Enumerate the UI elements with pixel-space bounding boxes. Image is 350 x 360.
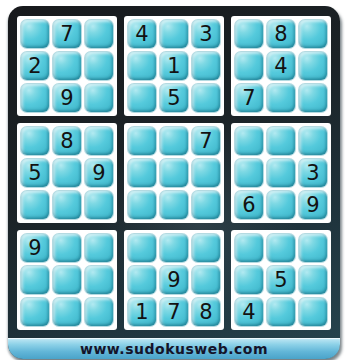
box-1-2: 4315 xyxy=(124,16,224,116)
cell-r8c6[interactable] xyxy=(192,266,220,294)
cell-r1c4[interactable]: 4 xyxy=(128,20,156,48)
cell-r6c9[interactable]: 9 xyxy=(299,191,327,219)
cell-r4c5[interactable] xyxy=(160,127,188,155)
cell-r6c6[interactable] xyxy=(192,191,220,219)
cell-r1c1[interactable] xyxy=(21,20,49,48)
cell-r8c4[interactable] xyxy=(128,266,156,294)
cell-r5c7[interactable] xyxy=(235,159,263,187)
cell-r3c4[interactable] xyxy=(128,84,156,112)
cell-r6c7[interactable]: 6 xyxy=(235,191,263,219)
box-2-2: 7 xyxy=(124,123,224,223)
cell-r7c5[interactable] xyxy=(160,234,188,262)
cell-r8c7[interactable] xyxy=(235,266,263,294)
box-2-3: 369 xyxy=(231,123,331,223)
cell-r3c2[interactable]: 9 xyxy=(53,84,81,112)
cell-r2c5[interactable]: 1 xyxy=(160,52,188,80)
cell-r1c2[interactable]: 7 xyxy=(53,20,81,48)
cell-r3c6[interactable] xyxy=(192,84,220,112)
cell-r5c2[interactable] xyxy=(53,159,81,187)
cell-r5c9[interactable]: 3 xyxy=(299,159,327,187)
cell-r2c4[interactable] xyxy=(128,52,156,80)
cell-r6c5[interactable] xyxy=(160,191,188,219)
cell-r6c8[interactable] xyxy=(267,191,295,219)
cell-r9c6[interactable]: 8 xyxy=(192,298,220,326)
cell-r7c6[interactable] xyxy=(192,234,220,262)
cell-r2c8[interactable]: 4 xyxy=(267,52,295,80)
cell-r1c9[interactable] xyxy=(299,20,327,48)
box-1-1: 729 xyxy=(17,16,117,116)
box-3-1: 9 xyxy=(17,230,117,330)
cell-r8c1[interactable] xyxy=(21,266,49,294)
cell-r7c7[interactable] xyxy=(235,234,263,262)
cell-r6c2[interactable] xyxy=(53,191,81,219)
cell-r4c1[interactable] xyxy=(21,127,49,155)
cell-r8c9[interactable] xyxy=(299,266,327,294)
cell-r2c7[interactable] xyxy=(235,52,263,80)
cell-r5c4[interactable] xyxy=(128,159,156,187)
cell-r7c1[interactable]: 9 xyxy=(21,234,49,262)
cell-r6c4[interactable] xyxy=(128,191,156,219)
cell-r4c8[interactable] xyxy=(267,127,295,155)
cell-r1c7[interactable] xyxy=(235,20,263,48)
cell-r8c2[interactable] xyxy=(53,266,81,294)
cell-r3c8[interactable] xyxy=(267,84,295,112)
cell-r7c2[interactable] xyxy=(53,234,81,262)
cell-r9c3[interactable] xyxy=(85,298,113,326)
cell-r4c6[interactable]: 7 xyxy=(192,127,220,155)
cell-r5c5[interactable] xyxy=(160,159,188,187)
footer-bar: www.sudokusweb.com xyxy=(8,338,340,359)
cell-r4c7[interactable] xyxy=(235,127,263,155)
cell-r2c1[interactable]: 2 xyxy=(21,52,49,80)
cell-r3c1[interactable] xyxy=(21,84,49,112)
sudoku-grid: 729431584785973699917854 xyxy=(8,6,340,338)
box-3-2: 9178 xyxy=(124,230,224,330)
cell-r9c5[interactable]: 7 xyxy=(160,298,188,326)
cell-r9c2[interactable] xyxy=(53,298,81,326)
cell-r9c9[interactable] xyxy=(299,298,327,326)
cell-r3c3[interactable] xyxy=(85,84,113,112)
cell-r7c3[interactable] xyxy=(85,234,113,262)
cell-r2c3[interactable] xyxy=(85,52,113,80)
cell-r8c5[interactable]: 9 xyxy=(160,266,188,294)
cell-r5c3[interactable]: 9 xyxy=(85,159,113,187)
website-link[interactable]: www.sudokusweb.com xyxy=(80,341,268,357)
cell-r9c7[interactable]: 4 xyxy=(235,298,263,326)
cell-r7c8[interactable] xyxy=(267,234,295,262)
cell-r7c9[interactable] xyxy=(299,234,327,262)
cell-r1c5[interactable] xyxy=(160,20,188,48)
cell-r4c2[interactable]: 8 xyxy=(53,127,81,155)
cell-r3c7[interactable]: 7 xyxy=(235,84,263,112)
cell-r7c4[interactable] xyxy=(128,234,156,262)
cell-r6c1[interactable] xyxy=(21,191,49,219)
cell-r4c9[interactable] xyxy=(299,127,327,155)
cell-r8c3[interactable] xyxy=(85,266,113,294)
box-3-3: 54 xyxy=(231,230,331,330)
cell-r5c6[interactable] xyxy=(192,159,220,187)
cell-r1c6[interactable]: 3 xyxy=(192,20,220,48)
cell-r2c6[interactable] xyxy=(192,52,220,80)
cell-r3c9[interactable] xyxy=(299,84,327,112)
cell-r4c4[interactable] xyxy=(128,127,156,155)
cell-r1c8[interactable]: 8 xyxy=(267,20,295,48)
box-2-1: 859 xyxy=(17,123,117,223)
cell-r4c3[interactable] xyxy=(85,127,113,155)
cell-r6c3[interactable] xyxy=(85,191,113,219)
cell-r2c9[interactable] xyxy=(299,52,327,80)
sudoku-board: 729431584785973699917854 www.sudokusweb.… xyxy=(8,6,340,359)
box-1-3: 847 xyxy=(231,16,331,116)
cell-r9c1[interactable] xyxy=(21,298,49,326)
cell-r8c8[interactable]: 5 xyxy=(267,266,295,294)
cell-r5c8[interactable] xyxy=(267,159,295,187)
cell-r3c5[interactable]: 5 xyxy=(160,84,188,112)
cell-r1c3[interactable] xyxy=(85,20,113,48)
cell-r2c2[interactable] xyxy=(53,52,81,80)
cell-r9c8[interactable] xyxy=(267,298,295,326)
cell-r9c4[interactable]: 1 xyxy=(128,298,156,326)
page: 729431584785973699917854 www.sudokusweb.… xyxy=(0,0,350,360)
cell-r5c1[interactable]: 5 xyxy=(21,159,49,187)
